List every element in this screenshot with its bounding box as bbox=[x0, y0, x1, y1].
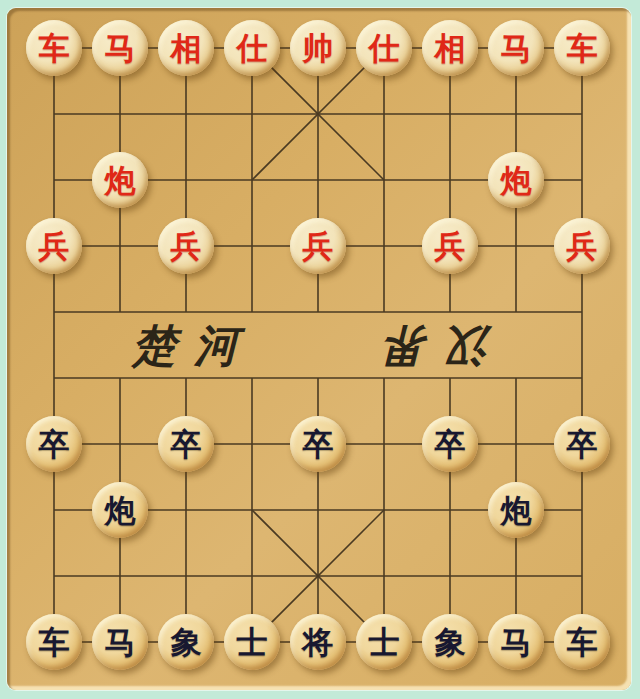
piece-black-horse[interactable]: 马 bbox=[92, 614, 148, 670]
piece-glyph: 士 bbox=[237, 627, 268, 658]
piece-red-soldier[interactable]: 兵 bbox=[158, 218, 214, 274]
piece-black-elephant[interactable]: 象 bbox=[422, 614, 478, 670]
piece-black-soldier[interactable]: 卒 bbox=[290, 416, 346, 472]
piece-red-soldier[interactable]: 兵 bbox=[26, 218, 82, 274]
piece-black-soldier[interactable]: 卒 bbox=[26, 416, 82, 472]
piece-red-advisor[interactable]: 仕 bbox=[356, 20, 412, 76]
piece-black-chariot[interactable]: 车 bbox=[554, 614, 610, 670]
piece-glyph: 车 bbox=[567, 627, 598, 658]
piece-glyph: 兵 bbox=[39, 231, 70, 262]
xiangqi-board[interactable]: 楚河 汉界 车马相仕帅仕相马车炮炮兵兵兵兵兵卒卒卒卒卒炮炮车马象士将士象马车 bbox=[7, 8, 631, 690]
piece-glyph: 车 bbox=[39, 33, 70, 64]
piece-glyph: 卒 bbox=[567, 429, 598, 460]
piece-glyph: 车 bbox=[39, 627, 70, 658]
piece-glyph: 兵 bbox=[435, 231, 466, 262]
piece-glyph: 兵 bbox=[171, 231, 202, 262]
piece-red-chariot[interactable]: 车 bbox=[26, 20, 82, 76]
piece-glyph: 卒 bbox=[39, 429, 70, 460]
piece-red-elephant[interactable]: 相 bbox=[422, 20, 478, 76]
piece-glyph: 卒 bbox=[303, 429, 334, 460]
piece-glyph: 马 bbox=[105, 33, 136, 64]
piece-black-soldier[interactable]: 卒 bbox=[422, 416, 478, 472]
piece-black-chariot[interactable]: 车 bbox=[26, 614, 82, 670]
piece-black-general[interactable]: 将 bbox=[290, 614, 346, 670]
piece-glyph: 兵 bbox=[567, 231, 598, 262]
piece-red-general[interactable]: 帅 bbox=[290, 20, 346, 76]
piece-red-cannon[interactable]: 炮 bbox=[92, 152, 148, 208]
piece-glyph: 帅 bbox=[303, 33, 334, 64]
piece-red-soldier[interactable]: 兵 bbox=[422, 218, 478, 274]
piece-glyph: 仕 bbox=[237, 33, 268, 64]
piece-glyph: 炮 bbox=[501, 495, 532, 526]
piece-red-horse[interactable]: 马 bbox=[488, 20, 544, 76]
piece-glyph: 仕 bbox=[369, 33, 400, 64]
piece-glyph: 相 bbox=[171, 33, 202, 64]
piece-black-cannon[interactable]: 炮 bbox=[92, 482, 148, 538]
piece-black-elephant[interactable]: 象 bbox=[158, 614, 214, 670]
piece-red-elephant[interactable]: 相 bbox=[158, 20, 214, 76]
piece-red-cannon[interactable]: 炮 bbox=[488, 152, 544, 208]
piece-glyph: 马 bbox=[105, 627, 136, 658]
piece-glyph: 将 bbox=[303, 627, 334, 658]
piece-glyph: 炮 bbox=[501, 165, 532, 196]
piece-glyph: 象 bbox=[435, 627, 466, 658]
piece-glyph: 兵 bbox=[303, 231, 334, 262]
piece-glyph: 士 bbox=[369, 627, 400, 658]
piece-glyph: 卒 bbox=[171, 429, 202, 460]
piece-glyph: 马 bbox=[501, 627, 532, 658]
piece-black-soldier[interactable]: 卒 bbox=[554, 416, 610, 472]
piece-glyph: 炮 bbox=[105, 495, 136, 526]
piece-glyph: 炮 bbox=[105, 165, 136, 196]
piece-black-advisor[interactable]: 士 bbox=[224, 614, 280, 670]
piece-black-horse[interactable]: 马 bbox=[488, 614, 544, 670]
pieces-layer: 车马相仕帅仕相马车炮炮兵兵兵兵兵卒卒卒卒卒炮炮车马象士将士象马车 bbox=[21, 15, 615, 675]
piece-red-advisor[interactable]: 仕 bbox=[224, 20, 280, 76]
piece-glyph: 象 bbox=[171, 627, 202, 658]
piece-glyph: 卒 bbox=[435, 429, 466, 460]
piece-glyph: 马 bbox=[501, 33, 532, 64]
piece-red-soldier[interactable]: 兵 bbox=[554, 218, 610, 274]
piece-black-advisor[interactable]: 士 bbox=[356, 614, 412, 670]
piece-glyph: 车 bbox=[567, 33, 598, 64]
piece-black-soldier[interactable]: 卒 bbox=[158, 416, 214, 472]
piece-glyph: 相 bbox=[435, 33, 466, 64]
piece-red-soldier[interactable]: 兵 bbox=[290, 218, 346, 274]
piece-red-horse[interactable]: 马 bbox=[92, 20, 148, 76]
piece-black-cannon[interactable]: 炮 bbox=[488, 482, 544, 538]
piece-red-chariot[interactable]: 车 bbox=[554, 20, 610, 76]
